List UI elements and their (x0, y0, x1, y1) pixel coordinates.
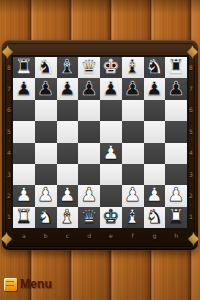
white-queen[interactable]: ♛ (81, 207, 98, 226)
white-pawn[interactable]: ♟ (59, 185, 76, 204)
square-g1[interactable]: ♞ (144, 207, 166, 228)
square-h1[interactable]: ♜ (165, 207, 187, 228)
rank-label-2: 2 (187, 185, 195, 206)
black-bishop[interactable]: ♝ (124, 57, 141, 76)
square-b2[interactable]: ♟ (35, 185, 57, 206)
black-pawn[interactable]: ♟ (81, 79, 98, 98)
square-d6[interactable] (78, 100, 100, 121)
square-b6[interactable] (35, 100, 57, 121)
square-c5[interactable] (57, 121, 79, 142)
file-label-a: a (13, 230, 35, 242)
white-pawn[interactable]: ♟ (146, 185, 163, 204)
square-h8[interactable]: ♜ (165, 57, 187, 78)
square-h6[interactable] (165, 100, 187, 121)
chess-app-screen: { "game": "chess", "window": { "menu_lab… (0, 0, 200, 300)
square-e2[interactable] (100, 185, 122, 206)
square-g6[interactable] (144, 100, 166, 121)
square-a7[interactable]: ♟ (13, 78, 35, 99)
black-pawn[interactable]: ♟ (102, 79, 119, 98)
black-pawn[interactable]: ♟ (146, 79, 163, 98)
white-rook[interactable]: ♜ (15, 207, 32, 226)
chess-board: 87654321 87654321 ♜♞♝♛♚♝♞♜♟♟♟♟♟♟♟♟♟♟♟♟♟♟… (2, 40, 198, 250)
square-c6[interactable] (57, 100, 79, 121)
white-knight[interactable]: ♞ (37, 207, 54, 226)
black-pawn[interactable]: ♟ (37, 79, 54, 98)
square-h4[interactable] (165, 143, 187, 164)
square-f8[interactable]: ♝ (122, 57, 144, 78)
rank-labels-right: 87654321 (187, 57, 195, 228)
square-a6[interactable] (13, 100, 35, 121)
white-king[interactable]: ♚ (102, 207, 119, 226)
square-a4[interactable] (13, 143, 35, 164)
square-h5[interactable] (165, 121, 187, 142)
black-knight[interactable]: ♞ (37, 57, 54, 76)
gold-ornament-icon (0, 231, 13, 247)
black-pawn[interactable]: ♟ (168, 79, 185, 98)
square-c3[interactable] (57, 164, 79, 185)
square-g3[interactable] (144, 164, 166, 185)
square-g5[interactable] (144, 121, 166, 142)
rank-label-7: 7 (5, 78, 13, 99)
rank-label-6: 6 (5, 100, 13, 121)
white-pawn[interactable]: ♟ (124, 185, 141, 204)
square-f5[interactable] (122, 121, 144, 142)
square-b4[interactable] (35, 143, 57, 164)
square-d2[interactable]: ♟ (78, 185, 100, 206)
white-pawn[interactable]: ♟ (15, 185, 32, 204)
square-e3[interactable] (100, 164, 122, 185)
white-bishop[interactable]: ♝ (59, 207, 76, 226)
file-label-e: e (100, 230, 122, 242)
rank-label-4: 4 (187, 143, 195, 164)
rank-label-1: 1 (5, 207, 13, 228)
rank-label-1: 1 (187, 207, 195, 228)
square-b7[interactable]: ♟ (35, 78, 57, 99)
rank-label-2: 2 (5, 185, 13, 206)
square-c7[interactable]: ♟ (57, 78, 79, 99)
white-pawn[interactable]: ♟ (168, 185, 185, 204)
black-bishop[interactable]: ♝ (59, 57, 76, 76)
white-bishop[interactable]: ♝ (124, 207, 141, 226)
square-f1[interactable]: ♝ (122, 207, 144, 228)
square-e1[interactable]: ♚ (100, 207, 122, 228)
square-a5[interactable] (13, 121, 35, 142)
square-d1[interactable]: ♛ (78, 207, 100, 228)
square-g8[interactable]: ♞ (144, 57, 166, 78)
square-b1[interactable]: ♞ (35, 207, 57, 228)
square-e4[interactable]: ♟ (100, 143, 122, 164)
square-c2[interactable]: ♟ (57, 185, 79, 206)
rank-labels-left: 87654321 (5, 57, 13, 228)
square-e7[interactable]: ♟ (100, 78, 122, 99)
file-label-g: g (144, 230, 166, 242)
square-f4[interactable] (122, 143, 144, 164)
white-pawn[interactable]: ♟ (37, 185, 54, 204)
gold-ornament-icon (187, 231, 200, 247)
square-d8[interactable]: ♛ (78, 57, 100, 78)
square-a1[interactable]: ♜ (13, 207, 35, 228)
rank-label-6: 6 (187, 100, 195, 121)
square-a3[interactable] (13, 164, 35, 185)
square-c1[interactable]: ♝ (57, 207, 79, 228)
square-b5[interactable] (35, 121, 57, 142)
square-e5[interactable] (100, 121, 122, 142)
menu-button[interactable]: Menu (4, 276, 52, 292)
file-label-c: c (57, 230, 79, 242)
square-a8[interactable]: ♜ (13, 57, 35, 78)
rank-label-5: 5 (187, 121, 195, 142)
file-label-f: f (122, 230, 144, 242)
square-d4[interactable] (78, 143, 100, 164)
square-f2[interactable]: ♟ (122, 185, 144, 206)
rank-label-5: 5 (5, 121, 13, 142)
square-g4[interactable] (144, 143, 166, 164)
square-e8[interactable]: ♚ (100, 57, 122, 78)
square-f7[interactable]: ♟ (122, 78, 144, 99)
square-g7[interactable]: ♟ (144, 78, 166, 99)
square-c4[interactable] (57, 143, 79, 164)
hamburger-menu-icon[interactable] (4, 278, 17, 291)
menu-button-label: Menu (20, 277, 52, 291)
rank-label-7: 7 (187, 78, 195, 99)
white-pawn[interactable]: ♟ (102, 143, 119, 162)
rank-label-3: 3 (5, 164, 13, 185)
square-d5[interactable] (78, 121, 100, 142)
black-king[interactable]: ♚ (102, 57, 119, 76)
black-rook[interactable]: ♜ (168, 57, 185, 76)
square-a2[interactable]: ♟ (13, 185, 35, 206)
square-g2[interactable]: ♟ (144, 185, 166, 206)
square-f6[interactable] (122, 100, 144, 121)
square-f3[interactable] (122, 164, 144, 185)
black-pawn[interactable]: ♟ (15, 79, 32, 98)
square-c8[interactable]: ♝ (57, 57, 79, 78)
white-pawn[interactable]: ♟ (81, 185, 98, 204)
square-h3[interactable] (165, 164, 187, 185)
black-queen[interactable]: ♛ (81, 57, 98, 76)
file-label-b: b (35, 230, 57, 242)
square-b3[interactable] (35, 164, 57, 185)
square-h7[interactable]: ♟ (165, 78, 187, 99)
black-pawn[interactable]: ♟ (59, 79, 76, 98)
black-pawn[interactable]: ♟ (124, 79, 141, 98)
rank-label-4: 4 (5, 143, 13, 164)
square-d3[interactable] (78, 164, 100, 185)
square-b8[interactable]: ♞ (35, 57, 57, 78)
square-e6[interactable] (100, 100, 122, 121)
black-rook[interactable]: ♜ (15, 57, 32, 76)
rank-label-3: 3 (187, 164, 195, 185)
square-h2[interactable]: ♟ (165, 185, 187, 206)
rank-label-8: 8 (5, 57, 13, 78)
rank-label-8: 8 (187, 57, 195, 78)
white-rook[interactable]: ♜ (168, 207, 185, 226)
file-label-d: d (78, 230, 100, 242)
black-knight[interactable]: ♞ (146, 57, 163, 76)
white-knight[interactable]: ♞ (146, 207, 163, 226)
square-d7[interactable]: ♟ (78, 78, 100, 99)
file-labels: abcdefgh (13, 230, 187, 242)
board-squares: ♜♞♝♛♚♝♞♜♟♟♟♟♟♟♟♟♟♟♟♟♟♟♟♟♜♞♝♛♚♝♞♜ (13, 57, 187, 228)
file-label-h: h (165, 230, 187, 242)
